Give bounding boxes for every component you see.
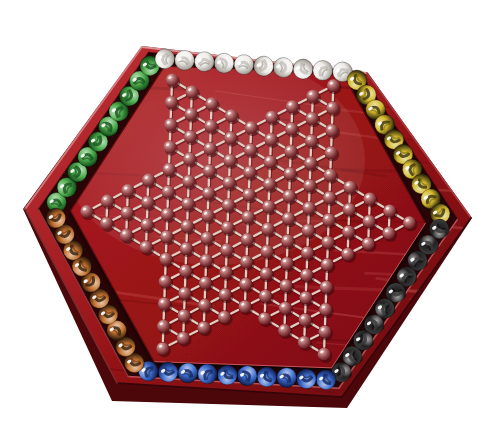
- hole-dimple[interactable]: [221, 221, 234, 234]
- hole-dimple[interactable]: [362, 237, 375, 250]
- hole-dimple[interactable]: [326, 102, 339, 115]
- hole-dimple[interactable]: [182, 197, 195, 210]
- hole-dimple[interactable]: [220, 244, 233, 257]
- hole-dimple[interactable]: [265, 133, 278, 146]
- hole-dimple[interactable]: [205, 97, 218, 110]
- hole-dimple[interactable]: [363, 193, 376, 206]
- hole-dimple[interactable]: [299, 291, 312, 304]
- hole-dimple[interactable]: [261, 223, 274, 236]
- hole-dimple[interactable]: [325, 146, 338, 159]
- hole-dimple[interactable]: [319, 303, 332, 316]
- hole-dimple[interactable]: [165, 96, 178, 109]
- hole-dimple[interactable]: [261, 245, 274, 258]
- hole-dimple[interactable]: [300, 269, 313, 282]
- hole-dimple[interactable]: [239, 278, 252, 291]
- grain-streak: [403, 139, 457, 140]
- hole-dimple[interactable]: [185, 108, 198, 121]
- hole-dimple[interactable]: [164, 118, 177, 131]
- hole-dimple[interactable]: [298, 336, 311, 349]
- hole-dimple[interactable]: [383, 204, 396, 217]
- grain-streak: [399, 51, 500, 59]
- hole-dimple[interactable]: [262, 200, 275, 213]
- grain-streak: [388, 334, 500, 359]
- hole-dimple[interactable]: [180, 242, 193, 255]
- hole-dimple[interactable]: [306, 90, 319, 103]
- hole-dimple[interactable]: [204, 120, 217, 133]
- hole-dimple[interactable]: [303, 179, 316, 192]
- hole-dimple[interactable]: [279, 302, 292, 315]
- hole-dimple[interactable]: [283, 190, 296, 203]
- hole-dimple[interactable]: [284, 145, 297, 158]
- hole-dimple[interactable]: [323, 191, 336, 204]
- hole-dimple[interactable]: [220, 266, 233, 279]
- hole-dimple[interactable]: [363, 215, 376, 228]
- hole-dimple[interactable]: [140, 241, 153, 254]
- hole-dimple[interactable]: [244, 144, 257, 157]
- hole-dimple[interactable]: [318, 348, 331, 361]
- hole-dimple[interactable]: [141, 196, 154, 209]
- hole-dimple[interactable]: [199, 276, 212, 289]
- hole-dimple[interactable]: [223, 176, 236, 189]
- hole-dimple[interactable]: [219, 288, 232, 301]
- hole-dimple[interactable]: [259, 290, 272, 303]
- hole-dimple[interactable]: [203, 165, 216, 178]
- hole-dimple[interactable]: [284, 167, 297, 180]
- hole-dimple[interactable]: [286, 100, 299, 113]
- hole-dimple[interactable]: [218, 311, 231, 324]
- hole-dimple[interactable]: [183, 153, 196, 166]
- screenshot-root: [0, 0, 500, 446]
- hole-dimple[interactable]: [181, 220, 194, 233]
- hole-dimple[interactable]: [159, 253, 172, 266]
- hole-dimple[interactable]: [177, 332, 190, 345]
- hole-dimple[interactable]: [224, 132, 237, 145]
- hole-dimple[interactable]: [318, 325, 331, 338]
- hole-dimple[interactable]: [182, 175, 195, 188]
- hole-dimple[interactable]: [320, 281, 333, 294]
- hole-dimple[interactable]: [301, 246, 314, 259]
- hole-dimple[interactable]: [157, 320, 170, 333]
- hole-dimple[interactable]: [158, 297, 171, 310]
- hole-dimple[interactable]: [198, 299, 211, 312]
- hole-dimple[interactable]: [265, 111, 278, 124]
- hole-dimple[interactable]: [201, 209, 214, 222]
- hole-dimple[interactable]: [264, 155, 277, 168]
- hole-dimple[interactable]: [403, 216, 416, 229]
- hole-dimple[interactable]: [197, 321, 210, 334]
- hole-dimple[interactable]: [322, 236, 335, 249]
- hole-dimple[interactable]: [121, 206, 134, 219]
- hole-dimple[interactable]: [260, 267, 273, 280]
- hole-dimple[interactable]: [223, 154, 236, 167]
- hole-dimple[interactable]: [258, 312, 271, 325]
- hole-dimple[interactable]: [159, 275, 172, 288]
- hole-dimple[interactable]: [178, 287, 191, 300]
- hole-dimple[interactable]: [239, 300, 252, 313]
- hole-dimple[interactable]: [321, 258, 334, 271]
- grain-streak: [422, 365, 494, 375]
- hole-dimple[interactable]: [100, 217, 113, 230]
- hole-dimple[interactable]: [80, 205, 93, 218]
- hole-dimple[interactable]: [202, 187, 215, 200]
- hole-dimple[interactable]: [156, 342, 169, 355]
- hole-dimple[interactable]: [299, 314, 312, 327]
- hole-dimple[interactable]: [101, 195, 114, 208]
- hole-dimple[interactable]: [163, 141, 176, 154]
- grain-streak: [405, 99, 500, 110]
- hole-dimple[interactable]: [327, 79, 340, 92]
- hole-dimple[interactable]: [278, 324, 291, 337]
- grain-streak: [423, 314, 500, 343]
- hole-dimple[interactable]: [280, 279, 293, 292]
- hole-dimple[interactable]: [243, 166, 256, 179]
- hole-dimple[interactable]: [303, 202, 316, 215]
- hole-dimple[interactable]: [322, 214, 335, 227]
- hole-dimple[interactable]: [242, 188, 255, 201]
- hole-dimple[interactable]: [305, 134, 318, 147]
- hole-dimple[interactable]: [240, 255, 253, 268]
- hole-dimple[interactable]: [160, 230, 173, 243]
- hole-dimple[interactable]: [263, 178, 276, 191]
- hole-dimple[interactable]: [179, 265, 192, 278]
- grain-streak: [409, 299, 500, 319]
- hole-dimple[interactable]: [245, 121, 258, 134]
- hole-dimple[interactable]: [281, 234, 294, 247]
- hole-dimple[interactable]: [178, 309, 191, 322]
- hole-dimple[interactable]: [324, 169, 337, 182]
- hole-dimple[interactable]: [325, 124, 338, 137]
- hole-dimple[interactable]: [222, 199, 235, 212]
- hole-dimple[interactable]: [242, 211, 255, 224]
- hole-dimple[interactable]: [204, 142, 217, 155]
- hole-dimple[interactable]: [341, 248, 354, 261]
- grain-streak: [391, 70, 459, 77]
- hole-dimple[interactable]: [225, 109, 238, 122]
- hole-dimple[interactable]: [342, 225, 355, 238]
- hole-dimple[interactable]: [121, 184, 134, 197]
- hole-dimple[interactable]: [285, 123, 298, 136]
- hole-dimple[interactable]: [161, 208, 174, 221]
- hole-dimple[interactable]: [302, 224, 315, 237]
- hole-dimple[interactable]: [200, 254, 213, 267]
- hole-dimple[interactable]: [162, 185, 175, 198]
- hole-dimple[interactable]: [140, 218, 153, 231]
- hole-dimple[interactable]: [241, 233, 254, 246]
- hole-dimple[interactable]: [186, 85, 199, 98]
- hole-dimple[interactable]: [343, 203, 356, 216]
- hole-dimple[interactable]: [304, 157, 317, 170]
- hole-dimple[interactable]: [120, 229, 133, 242]
- marble-clear-6[interactable]: [273, 57, 293, 77]
- hole-dimple[interactable]: [382, 227, 395, 240]
- hole-dimple[interactable]: [282, 212, 295, 225]
- hole-dimple[interactable]: [184, 130, 197, 143]
- hole-dimple[interactable]: [163, 163, 176, 176]
- hole-dimple[interactable]: [166, 74, 179, 87]
- chinese-checkers-board: [0, 0, 500, 446]
- hole-dimple[interactable]: [201, 232, 214, 245]
- hole-dimple[interactable]: [306, 112, 319, 125]
- hole-dimple[interactable]: [142, 174, 155, 187]
- hole-dimple[interactable]: [344, 181, 357, 194]
- hole-dimple[interactable]: [280, 257, 293, 270]
